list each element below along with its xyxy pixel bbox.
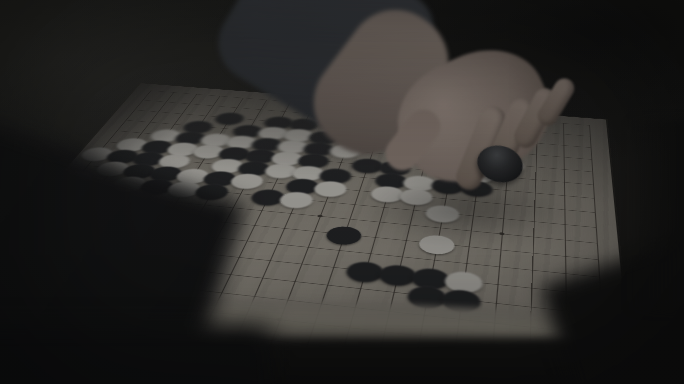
star-point <box>196 125 201 127</box>
foreground-blur-bottom <box>0 326 270 384</box>
go-game-photo-scene: ●●●●●●●●●●●●●●●●●●●●●●●●●●●●●●●●●●●●●●●●… <box>0 0 684 384</box>
star-point <box>317 215 323 218</box>
background-right-fade <box>628 120 684 310</box>
